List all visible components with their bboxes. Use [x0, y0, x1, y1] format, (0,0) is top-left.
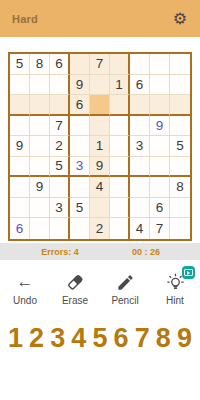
cell-r7c7[interactable] — [130, 177, 150, 198]
cell-r4c9[interactable] — [170, 116, 190, 137]
numpad-3[interactable]: 3 — [50, 325, 65, 352]
numpad-1[interactable]: 1 — [8, 325, 23, 352]
cell-r3c9[interactable] — [170, 95, 190, 116]
cell-r1c7[interactable] — [130, 54, 150, 75]
cell-r7c5[interactable]: 4 — [90, 177, 110, 198]
cell-r1c9[interactable] — [170, 54, 190, 75]
status-strip: Errors: 4 00 : 26 — [0, 243, 200, 260]
top-bar: Hard ⚙ — [0, 0, 200, 37]
cell-r4c5[interactable] — [90, 116, 110, 137]
errors-counter: Errors: 4 — [41, 247, 79, 257]
cell-r1c3[interactable]: 6 — [50, 54, 70, 75]
cell-r5c4[interactable] — [70, 136, 90, 157]
cell-r6c6[interactable] — [110, 157, 130, 178]
cell-r8c1[interactable] — [10, 198, 30, 219]
numpad-9[interactable]: 9 — [177, 325, 192, 352]
erase-label: Erase — [62, 295, 88, 306]
gear-icon[interactable]: ⚙ — [173, 11, 187, 27]
cell-r2c8[interactable] — [150, 75, 170, 96]
pencil-icon — [114, 271, 136, 293]
cell-r1c5[interactable]: 7 — [90, 54, 110, 75]
cell-r3c7[interactable] — [130, 95, 150, 116]
numpad-5[interactable]: 5 — [92, 325, 107, 352]
cell-r5c1[interactable]: 9 — [10, 136, 30, 157]
cell-r1c2[interactable]: 8 — [30, 54, 50, 75]
timer: 00 : 26 — [132, 247, 160, 257]
pencil-label: Pencil — [111, 295, 138, 306]
sudoku-board: 5867916679921355399483566247 — [8, 52, 192, 241]
cell-r9c6[interactable] — [110, 218, 130, 239]
cell-r9c4[interactable] — [70, 218, 90, 239]
cell-r4c2[interactable] — [30, 116, 50, 137]
cell-r8c2[interactable] — [30, 198, 50, 219]
cell-r5c5[interactable]: 1 — [90, 136, 110, 157]
hint-button[interactable]: Hint — [153, 271, 197, 306]
cell-r8c8[interactable]: 6 — [150, 198, 170, 219]
numpad-7[interactable]: 7 — [135, 325, 150, 352]
undo-button[interactable]: ← Undo — [3, 271, 47, 306]
cell-r4c3[interactable]: 7 — [50, 116, 70, 137]
cell-r9c7[interactable]: 4 — [130, 218, 150, 239]
video-play-icon — [187, 271, 190, 275]
cell-r4c6[interactable] — [110, 116, 130, 137]
cell-r4c1[interactable] — [10, 116, 30, 137]
cell-r5c2[interactable] — [30, 136, 50, 157]
cell-r2c7[interactable]: 6 — [130, 75, 150, 96]
cell-r6c5[interactable]: 9 — [90, 157, 110, 178]
cell-r2c6[interactable]: 1 — [110, 75, 130, 96]
cell-r2c3[interactable] — [50, 75, 70, 96]
lightbulb-icon — [164, 271, 186, 293]
cell-r7c6[interactable] — [110, 177, 130, 198]
undo-icon: ← — [14, 271, 36, 293]
cell-r5c6[interactable] — [110, 136, 130, 157]
cell-r4c4[interactable] — [70, 116, 90, 137]
numpad-4[interactable]: 4 — [71, 325, 86, 352]
cell-r8c7[interactable] — [130, 198, 150, 219]
numpad-8[interactable]: 8 — [156, 325, 171, 352]
undo-label: Undo — [13, 295, 37, 306]
cell-r8c6[interactable] — [110, 198, 130, 219]
cell-r7c9[interactable]: 8 — [170, 177, 190, 198]
cell-r1c4[interactable] — [70, 54, 90, 75]
cell-r8c9[interactable] — [170, 198, 190, 219]
erase-button[interactable]: Erase — [53, 271, 97, 306]
cell-r7c8[interactable] — [150, 177, 170, 198]
toolbar: ← Undo Erase Pencil — [0, 271, 200, 313]
cell-r9c3[interactable] — [50, 218, 70, 239]
cell-r9c8[interactable]: 7 — [150, 218, 170, 239]
cell-r1c8[interactable] — [150, 54, 170, 75]
hint-ad-badge — [182, 266, 195, 279]
cell-r3c5[interactable] — [90, 95, 110, 116]
cell-r9c5[interactable]: 2 — [90, 218, 110, 239]
cell-r2c9[interactable] — [170, 75, 190, 96]
difficulty-label: Hard — [12, 13, 38, 25]
hint-label: Hint — [166, 295, 184, 306]
cell-r2c5[interactable] — [90, 75, 110, 96]
cell-r9c1[interactable]: 6 — [10, 218, 30, 239]
cell-r6c2[interactable] — [30, 157, 50, 178]
cell-r7c3[interactable] — [50, 177, 70, 198]
cell-r7c1[interactable] — [10, 177, 30, 198]
cell-r3c4[interactable]: 6 — [70, 95, 90, 116]
cell-r7c4[interactable] — [70, 177, 90, 198]
cell-r2c1[interactable] — [10, 75, 30, 96]
eraser-icon — [64, 271, 86, 293]
cell-r2c4[interactable]: 9 — [70, 75, 90, 96]
cell-r8c5[interactable] — [90, 198, 110, 219]
cell-r9c2[interactable] — [30, 218, 50, 239]
cell-r8c3[interactable]: 3 — [50, 198, 70, 219]
cell-r6c9[interactable] — [170, 157, 190, 178]
numpad-6[interactable]: 6 — [114, 325, 129, 352]
cell-r7c2[interactable]: 9 — [30, 177, 50, 198]
cell-r3c6[interactable] — [110, 95, 130, 116]
numpad-2[interactable]: 2 — [29, 325, 44, 352]
cell-r1c1[interactable]: 5 — [10, 54, 30, 75]
cell-r1c6[interactable] — [110, 54, 130, 75]
cell-r3c2[interactable] — [30, 95, 50, 116]
cell-r6c4[interactable]: 3 — [70, 157, 90, 178]
cell-r5c8[interactable] — [150, 136, 170, 157]
cell-r4c8[interactable]: 9 — [150, 116, 170, 137]
cell-r4c7[interactable] — [130, 116, 150, 137]
cell-r5c7[interactable]: 3 — [130, 136, 150, 157]
cell-r5c9[interactable]: 5 — [170, 136, 190, 157]
pencil-button[interactable]: Pencil — [103, 271, 147, 306]
cell-r6c8[interactable] — [150, 157, 170, 178]
cell-r3c1[interactable] — [10, 95, 30, 116]
cell-r6c7[interactable] — [130, 157, 150, 178]
numpad: 123456789 — [8, 318, 192, 358]
cell-r9c9[interactable] — [170, 218, 190, 239]
cell-r2c2[interactable] — [30, 75, 50, 96]
cell-r3c8[interactable] — [150, 95, 170, 116]
cell-r5c3[interactable]: 2 — [50, 136, 70, 157]
cell-r6c1[interactable] — [10, 157, 30, 178]
cell-r6c3[interactable]: 5 — [50, 157, 70, 178]
cell-r3c3[interactable] — [50, 95, 70, 116]
cell-r8c4[interactable]: 5 — [70, 198, 90, 219]
